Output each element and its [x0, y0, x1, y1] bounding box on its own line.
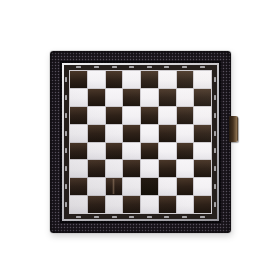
- coordinate-tick-right: [214, 95, 216, 100]
- square-r3c3: [106, 107, 123, 124]
- chess-board: [70, 71, 211, 213]
- coordinate-tick-left: [65, 184, 67, 189]
- square-r6c2: [88, 160, 105, 177]
- square-r5c6: [159, 143, 176, 160]
- square-r6c7: [177, 160, 194, 177]
- square-r1c5: [141, 71, 158, 88]
- square-r2c2: [88, 89, 105, 106]
- square-r5c1: [70, 143, 87, 160]
- square-r7c1: [70, 178, 87, 195]
- square-r4c5: [141, 125, 158, 142]
- square-r2c1: [70, 89, 87, 106]
- square-r4c6: [159, 125, 176, 142]
- square-r2c4: [123, 89, 140, 106]
- square-r3c6: [159, 107, 176, 124]
- square-r4c3: [106, 125, 123, 142]
- coordinate-tick-bottom: [164, 216, 169, 218]
- square-r2c7: [177, 89, 194, 106]
- coordinate-tick-bottom: [129, 216, 134, 218]
- square-r3c4: [123, 107, 140, 124]
- square-r4c7: [177, 125, 194, 142]
- square-r1c1: [70, 71, 87, 88]
- square-r7c3: [106, 178, 123, 195]
- square-r3c7: [177, 107, 194, 124]
- square-r5c4: [123, 143, 140, 160]
- square-r1c6: [159, 71, 176, 88]
- square-r8c6: [159, 196, 176, 213]
- square-r2c5: [141, 89, 158, 106]
- coordinate-tick-top: [164, 66, 169, 68]
- square-r6c3: [106, 160, 123, 177]
- coordinate-tick-top: [200, 66, 205, 68]
- square-r7c7: [177, 178, 194, 195]
- square-r1c3: [106, 71, 123, 88]
- coordinate-tick-right: [214, 113, 216, 118]
- square-r5c8: [194, 143, 211, 160]
- square-r2c6: [159, 89, 176, 106]
- product-photo: [0, 0, 280, 280]
- coordinate-tick-left: [65, 77, 67, 82]
- square-r8c3: [106, 196, 123, 213]
- coordinate-tick-left: [65, 131, 67, 136]
- coordinate-tick-bottom: [200, 216, 205, 218]
- latch: [229, 116, 238, 142]
- square-r6c1: [70, 160, 87, 177]
- square-r8c1: [70, 196, 87, 213]
- square-r4c8: [194, 125, 211, 142]
- silver-trim: [62, 63, 219, 221]
- square-r7c8: [194, 178, 211, 195]
- coordinate-tick-top: [129, 66, 134, 68]
- square-r7c5: [141, 178, 158, 195]
- board-inner-margin: [64, 65, 217, 219]
- square-r1c7: [177, 71, 194, 88]
- coordinate-tick-bottom: [94, 216, 99, 218]
- square-r6c8: [194, 160, 211, 177]
- square-r2c3: [106, 89, 123, 106]
- coordinate-tick-right: [214, 148, 216, 153]
- square-r5c7: [177, 143, 194, 160]
- square-r3c1: [70, 107, 87, 124]
- coordinate-tick-left: [65, 148, 67, 153]
- coordinate-tick-left: [65, 95, 67, 100]
- square-r8c7: [177, 196, 194, 213]
- coordinate-tick-top: [76, 66, 81, 68]
- square-r6c6: [159, 160, 176, 177]
- coordinate-tick-right: [214, 166, 216, 171]
- square-r3c2: [88, 107, 105, 124]
- coordinate-tick-right: [214, 202, 216, 207]
- square-r1c2: [88, 71, 105, 88]
- coordinate-tick-left: [65, 166, 67, 171]
- coordinate-tick-left: [65, 202, 67, 207]
- square-r3c5: [141, 107, 158, 124]
- square-r7c6: [159, 178, 176, 195]
- coordinate-tick-bottom: [76, 216, 81, 218]
- coordinate-tick-right: [214, 184, 216, 189]
- coordinate-tick-bottom: [147, 216, 152, 218]
- square-r6c4: [123, 160, 140, 177]
- square-r4c1: [70, 125, 87, 142]
- square-r4c4: [123, 125, 140, 142]
- square-r4c2: [88, 125, 105, 142]
- square-r5c3: [106, 143, 123, 160]
- square-r7c4: [123, 178, 140, 195]
- coordinate-tick-left: [65, 113, 67, 118]
- square-r1c4: [123, 71, 140, 88]
- square-r8c2: [88, 196, 105, 213]
- square-r1c8: [194, 71, 211, 88]
- coordinate-tick-bottom: [112, 216, 117, 218]
- square-r5c5: [141, 143, 158, 160]
- coordinate-tick-top: [112, 66, 117, 68]
- coordinate-tick-bottom: [182, 216, 187, 218]
- square-r6c5: [141, 160, 158, 177]
- coordinate-tick-right: [214, 77, 216, 82]
- square-r8c8: [194, 196, 211, 213]
- inner-trim-line: [69, 70, 212, 214]
- coordinate-tick-top: [147, 66, 152, 68]
- coordinate-tick-top: [182, 66, 187, 68]
- coordinate-tick-right: [214, 131, 216, 136]
- square-r2c8: [194, 89, 211, 106]
- square-r5c2: [88, 143, 105, 160]
- square-r3c8: [194, 107, 211, 124]
- coordinate-tick-top: [94, 66, 99, 68]
- square-r8c4: [123, 196, 140, 213]
- chess-board-frame: [50, 51, 231, 233]
- square-r8c5: [141, 196, 158, 213]
- square-r7c2: [88, 178, 105, 195]
